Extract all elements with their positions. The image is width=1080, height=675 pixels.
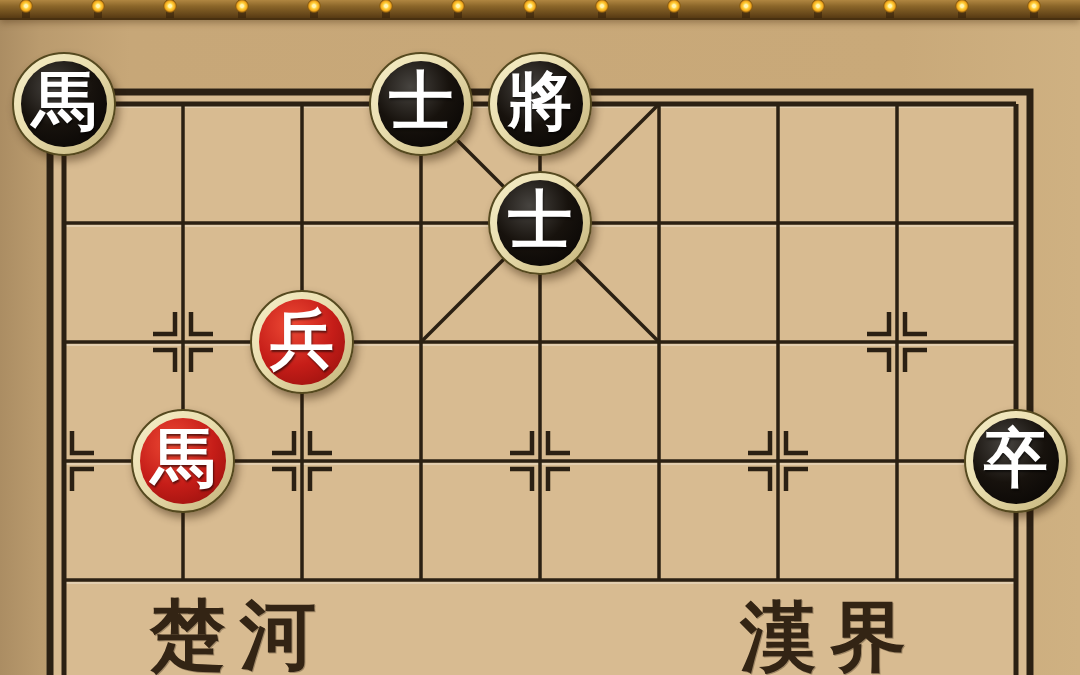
piece-black-advisor[interactable]: 士 [488,171,592,275]
piece-black-soldier-glyph: 卒 [984,427,1048,491]
piece-red-soldier[interactable]: 兵 [250,290,354,394]
river-label-han-jie: 漢界 [740,599,920,675]
piece-black-soldier-face: 卒 [973,418,1059,504]
piece-black-advisor-glyph: 士 [508,189,572,253]
xiangqi-board[interactable]: 馬士將士兵馬卒 楚河 漢界 [0,0,1080,675]
studded-decor-bar [0,0,1080,20]
piece-black-advisor[interactable]: 士 [369,52,473,156]
river-label-chu-he: 楚河 [150,597,330,673]
piece-red-horse-face: 馬 [140,418,226,504]
piece-black-general[interactable]: 將 [488,52,592,156]
piece-black-advisor-face: 士 [378,61,464,147]
piece-red-soldier-face: 兵 [259,299,345,385]
piece-black-soldier[interactable]: 卒 [964,409,1068,513]
piece-red-horse-glyph: 馬 [151,427,215,491]
piece-black-general-glyph: 將 [508,70,572,134]
piece-black-advisor-face: 士 [497,180,583,266]
piece-black-horse-glyph: 馬 [32,70,96,134]
piece-red-horse[interactable]: 馬 [131,409,235,513]
piece-black-advisor-glyph: 士 [389,70,453,134]
piece-black-general-face: 將 [497,61,583,147]
piece-red-soldier-glyph: 兵 [270,308,334,372]
piece-black-horse-face: 馬 [21,61,107,147]
piece-black-horse[interactable]: 馬 [12,52,116,156]
